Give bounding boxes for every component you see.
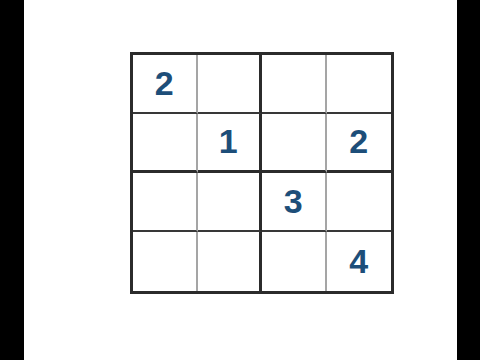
- cell-r2c3[interactable]: [262, 114, 327, 173]
- cell-r1c2[interactable]: [198, 55, 263, 114]
- cell-r3c4[interactable]: [327, 173, 392, 232]
- cell-r1c4[interactable]: [327, 55, 392, 114]
- cell-r4c4[interactable]: 4: [327, 232, 392, 291]
- cell-r4c3[interactable]: [262, 232, 327, 291]
- cell-r1c3[interactable]: [262, 55, 327, 114]
- video-frame: 2 1 2 3 4: [0, 0, 480, 360]
- pillarbox-right: [457, 0, 480, 360]
- cell-r3c3[interactable]: 3: [262, 173, 327, 232]
- cell-r1c1[interactable]: 2: [133, 55, 198, 114]
- sudoku-board: 2 1 2 3 4: [130, 52, 394, 294]
- cell-r3c2[interactable]: [198, 173, 263, 232]
- cell-r2c2[interactable]: 1: [198, 114, 263, 173]
- content-area: 2 1 2 3 4: [24, 0, 457, 360]
- cell-r2c1[interactable]: [133, 114, 198, 173]
- cell-r4c1[interactable]: [133, 232, 198, 291]
- cell-r2c4[interactable]: 2: [327, 114, 392, 173]
- cell-r4c2[interactable]: [198, 232, 263, 291]
- cell-r3c1[interactable]: [133, 173, 198, 232]
- pillarbox-left: [0, 0, 24, 360]
